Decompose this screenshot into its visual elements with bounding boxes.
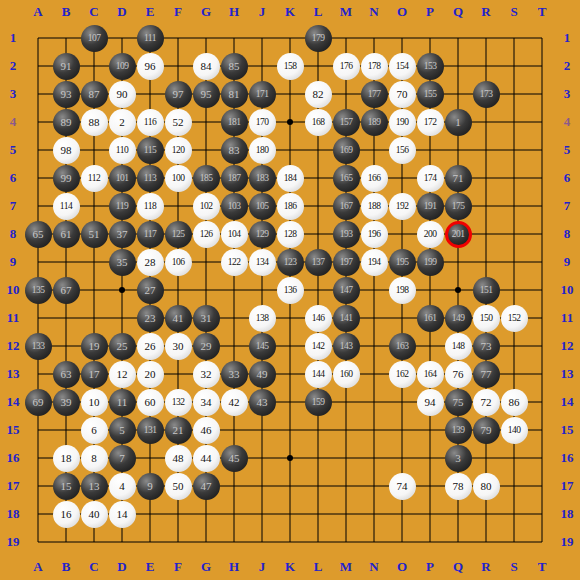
stone-O10-move-198: 198 — [389, 277, 416, 304]
stone-F14-move-132: 132 — [165, 389, 192, 416]
stone-K10-move-136: 136 — [277, 277, 304, 304]
stone-M9-move-197: 197 — [333, 249, 360, 276]
stone-A10-move-135: 135 — [25, 277, 52, 304]
stone-L11-move-146: 146 — [305, 305, 332, 332]
stone-H4-move-181: 181 — [221, 109, 248, 136]
col-label-top-L: L — [306, 5, 330, 19]
stone-G17-move-47: 47 — [193, 473, 220, 500]
col-label-bottom-F: F — [166, 560, 190, 574]
row-label-left-11: 11 — [1, 311, 25, 325]
stone-N8-move-196: 196 — [361, 221, 388, 248]
row-label-left-12: 12 — [1, 339, 25, 353]
stone-G14-move-34: 34 — [193, 389, 220, 416]
stone-E5-move-115: 115 — [137, 137, 164, 164]
stone-S14-move-86: 86 — [501, 389, 528, 416]
stone-Q7-move-175: 175 — [445, 193, 472, 220]
stone-K9-move-123: 123 — [277, 249, 304, 276]
stone-H2-move-85: 85 — [221, 53, 248, 80]
stone-G11-move-31: 31 — [193, 305, 220, 332]
stone-M13-move-160: 160 — [333, 361, 360, 388]
stone-D9-move-35: 35 — [109, 249, 136, 276]
stone-M4-move-157: 157 — [333, 109, 360, 136]
hoshi-point — [287, 119, 293, 125]
stone-D15-move-5: 5 — [109, 417, 136, 444]
stone-F16-move-48: 48 — [165, 445, 192, 472]
row-label-left-13: 13 — [1, 367, 25, 381]
col-label-top-J: J — [250, 5, 274, 19]
stone-Q14-move-75: 75 — [445, 389, 472, 416]
stone-F8-move-125: 125 — [165, 221, 192, 248]
stone-J3-move-171: 171 — [249, 81, 276, 108]
row-label-right-2: 2 — [555, 59, 579, 73]
stone-D3-move-90: 90 — [109, 81, 136, 108]
col-label-bottom-P: P — [418, 560, 442, 574]
col-label-bottom-E: E — [138, 560, 162, 574]
col-label-top-C: C — [82, 5, 106, 19]
stone-C13-move-17: 17 — [81, 361, 108, 388]
col-label-top-K: K — [278, 5, 302, 19]
stone-E6-move-113: 113 — [137, 165, 164, 192]
stone-M6-move-165: 165 — [333, 165, 360, 192]
stone-E7-move-118: 118 — [137, 193, 164, 220]
stone-G7-move-102: 102 — [193, 193, 220, 220]
stone-O2-move-154: 154 — [389, 53, 416, 80]
stone-D5-move-110: 110 — [109, 137, 136, 164]
stone-C17-move-13: 13 — [81, 473, 108, 500]
stone-E2-move-96: 96 — [137, 53, 164, 80]
stone-L9-move-137: 137 — [305, 249, 332, 276]
stone-R14-move-72: 72 — [473, 389, 500, 416]
stone-L12-move-142: 142 — [305, 333, 332, 360]
col-label-top-S: S — [502, 5, 526, 19]
stone-C15-move-6: 6 — [81, 417, 108, 444]
stone-F5-move-120: 120 — [165, 137, 192, 164]
row-label-left-18: 18 — [1, 507, 25, 521]
stone-P9-move-199: 199 — [417, 249, 444, 276]
stone-H9-move-122: 122 — [221, 249, 248, 276]
stone-E8-move-117: 117 — [137, 221, 164, 248]
col-label-bottom-N: N — [362, 560, 386, 574]
col-label-bottom-O: O — [390, 560, 414, 574]
stone-E17-move-9: 9 — [137, 473, 164, 500]
stone-B16-move-18: 18 — [53, 445, 80, 472]
row-label-left-17: 17 — [1, 479, 25, 493]
stone-R12-move-73: 73 — [473, 333, 500, 360]
col-label-bottom-T: T — [530, 560, 554, 574]
stone-K6-move-184: 184 — [277, 165, 304, 192]
stone-G12-move-29: 29 — [193, 333, 220, 360]
stone-L1-move-179: 179 — [305, 25, 332, 52]
stone-J6-move-183: 183 — [249, 165, 276, 192]
stone-F9-move-106: 106 — [165, 249, 192, 276]
row-label-right-6: 6 — [555, 171, 579, 185]
stone-H5-move-83: 83 — [221, 137, 248, 164]
row-label-left-2: 2 — [1, 59, 25, 73]
row-label-right-10: 10 — [555, 283, 579, 297]
stone-J8-move-129: 129 — [249, 221, 276, 248]
stone-D18-move-14: 14 — [109, 501, 136, 528]
row-label-right-11: 11 — [555, 311, 579, 325]
row-label-left-15: 15 — [1, 423, 25, 437]
row-label-right-18: 18 — [555, 507, 579, 521]
stone-C14-move-10: 10 — [81, 389, 108, 416]
stone-N3-move-177: 177 — [361, 81, 388, 108]
stone-E10-move-27: 27 — [137, 277, 164, 304]
row-label-left-8: 8 — [1, 227, 25, 241]
stone-B5-move-98: 98 — [53, 137, 80, 164]
hoshi-point — [455, 287, 461, 293]
stone-M11-move-141: 141 — [333, 305, 360, 332]
stone-P11-move-161: 161 — [417, 305, 444, 332]
stone-O9-move-195: 195 — [389, 249, 416, 276]
stone-E1-move-111: 111 — [137, 25, 164, 52]
stone-A8-move-65: 65 — [25, 221, 52, 248]
stone-O7-move-192: 192 — [389, 193, 416, 220]
row-label-left-14: 14 — [1, 395, 25, 409]
row-label-right-9: 9 — [555, 255, 579, 269]
col-label-bottom-H: H — [222, 560, 246, 574]
stone-M2-move-176: 176 — [333, 53, 360, 80]
stone-L3-move-82: 82 — [305, 81, 332, 108]
stone-B13-move-63: 63 — [53, 361, 80, 388]
stone-S11-move-152: 152 — [501, 305, 528, 332]
col-label-top-F: F — [166, 5, 190, 19]
stone-C16-move-8: 8 — [81, 445, 108, 472]
stone-O13-move-162: 162 — [389, 361, 416, 388]
col-label-top-A: A — [26, 5, 50, 19]
stone-M8-move-193: 193 — [333, 221, 360, 248]
stone-F3-move-97: 97 — [165, 81, 192, 108]
stone-J11-move-138: 138 — [249, 305, 276, 332]
stone-F4-move-52: 52 — [165, 109, 192, 136]
stone-D6-move-101: 101 — [109, 165, 136, 192]
stone-M12-move-143: 143 — [333, 333, 360, 360]
stone-J7-move-105: 105 — [249, 193, 276, 220]
stone-N2-move-178: 178 — [361, 53, 388, 80]
col-label-bottom-Q: Q — [446, 560, 470, 574]
stone-H7-move-103: 103 — [221, 193, 248, 220]
stone-B2-move-91: 91 — [53, 53, 80, 80]
stone-C18-move-40: 40 — [81, 501, 108, 528]
stone-R15-move-79: 79 — [473, 417, 500, 444]
stone-P8-move-200: 200 — [417, 221, 444, 248]
col-label-bottom-C: C — [82, 560, 106, 574]
row-label-right-4: 4 — [555, 115, 579, 129]
col-label-bottom-L: L — [306, 560, 330, 574]
col-label-top-R: R — [474, 5, 498, 19]
stone-N4-move-189: 189 — [361, 109, 388, 136]
row-label-right-8: 8 — [555, 227, 579, 241]
stone-C4-move-88: 88 — [81, 109, 108, 136]
stone-D4-move-2: 2 — [109, 109, 136, 136]
stone-M10-move-147: 147 — [333, 277, 360, 304]
row-label-left-7: 7 — [1, 199, 25, 213]
stone-Q13-move-76: 76 — [445, 361, 472, 388]
stone-C12-move-19: 19 — [81, 333, 108, 360]
col-label-top-D: D — [110, 5, 134, 19]
col-label-top-O: O — [390, 5, 414, 19]
col-label-top-M: M — [334, 5, 358, 19]
stone-H3-move-81: 81 — [221, 81, 248, 108]
row-label-right-3: 3 — [555, 87, 579, 101]
row-label-right-14: 14 — [555, 395, 579, 409]
col-label-top-B: B — [54, 5, 78, 19]
stone-P6-move-174: 174 — [417, 165, 444, 192]
stone-A14-move-69: 69 — [25, 389, 52, 416]
stone-L14-move-159: 159 — [305, 389, 332, 416]
stone-B10-move-67: 67 — [53, 277, 80, 304]
stone-C8-move-51: 51 — [81, 221, 108, 248]
stone-Q12-move-148: 148 — [445, 333, 472, 360]
stone-G3-move-95: 95 — [193, 81, 220, 108]
stone-F6-move-100: 100 — [165, 165, 192, 192]
stone-K7-move-186: 186 — [277, 193, 304, 220]
stone-C3-move-87: 87 — [81, 81, 108, 108]
stone-D14-move-11: 11 — [109, 389, 136, 416]
stone-B18-move-16: 16 — [53, 501, 80, 528]
stone-E13-move-20: 20 — [137, 361, 164, 388]
stone-Q8-move-201: 201 — [445, 221, 472, 248]
hoshi-point — [119, 287, 125, 293]
stone-E15-move-131: 131 — [137, 417, 164, 444]
stone-D13-move-12: 12 — [109, 361, 136, 388]
row-label-right-17: 17 — [555, 479, 579, 493]
stone-O4-move-190: 190 — [389, 109, 416, 136]
stone-A12-move-133: 133 — [25, 333, 52, 360]
col-label-bottom-R: R — [474, 560, 498, 574]
stone-N6-move-166: 166 — [361, 165, 388, 192]
stone-Q17-move-78: 78 — [445, 473, 472, 500]
stone-R17-move-80: 80 — [473, 473, 500, 500]
col-label-bottom-M: M — [334, 560, 358, 574]
row-label-right-16: 16 — [555, 451, 579, 465]
row-label-left-16: 16 — [1, 451, 25, 465]
stone-B3-move-93: 93 — [53, 81, 80, 108]
row-label-right-19: 19 — [555, 535, 579, 549]
stone-K2-move-158: 158 — [277, 53, 304, 80]
col-label-bottom-K: K — [278, 560, 302, 574]
stone-R11-move-150: 150 — [473, 305, 500, 332]
stone-O17-move-74: 74 — [389, 473, 416, 500]
go-board-diagram: AABBCCDDEEFFGGHHJJKKLLMMNNOOPPQQRRSSTT11… — [0, 0, 580, 580]
stone-R13-move-77: 77 — [473, 361, 500, 388]
stone-H14-move-42: 42 — [221, 389, 248, 416]
col-label-top-N: N — [362, 5, 386, 19]
col-label-top-H: H — [222, 5, 246, 19]
stone-B4-move-89: 89 — [53, 109, 80, 136]
stone-P2-move-153: 153 — [417, 53, 444, 80]
stone-J4-move-170: 170 — [249, 109, 276, 136]
col-label-bottom-S: S — [502, 560, 526, 574]
row-label-right-15: 15 — [555, 423, 579, 437]
stone-P3-move-155: 155 — [417, 81, 444, 108]
stone-L13-move-144: 144 — [305, 361, 332, 388]
stone-O5-move-156: 156 — [389, 137, 416, 164]
stone-Q11-move-149: 149 — [445, 305, 472, 332]
stone-E9-move-28: 28 — [137, 249, 164, 276]
stone-R10-move-151: 151 — [473, 277, 500, 304]
stone-P13-move-164: 164 — [417, 361, 444, 388]
col-label-bottom-J: J — [250, 560, 274, 574]
col-label-top-G: G — [194, 5, 218, 19]
stone-H13-move-33: 33 — [221, 361, 248, 388]
stone-G15-move-46: 46 — [193, 417, 220, 444]
stone-B14-move-39: 39 — [53, 389, 80, 416]
stone-G13-move-32: 32 — [193, 361, 220, 388]
stone-D17-move-4: 4 — [109, 473, 136, 500]
stone-F17-move-50: 50 — [165, 473, 192, 500]
stone-L4-move-168: 168 — [305, 109, 332, 136]
stone-B17-move-15: 15 — [53, 473, 80, 500]
stone-R3-move-173: 173 — [473, 81, 500, 108]
col-label-top-E: E — [138, 5, 162, 19]
stone-E14-move-60: 60 — [137, 389, 164, 416]
stone-D2-move-109: 109 — [109, 53, 136, 80]
stone-Q16-move-3: 3 — [445, 445, 472, 472]
col-label-top-Q: Q — [446, 5, 470, 19]
stone-F12-move-30: 30 — [165, 333, 192, 360]
stone-J9-move-134: 134 — [249, 249, 276, 276]
stone-P7-move-191: 191 — [417, 193, 444, 220]
stone-H8-move-104: 104 — [221, 221, 248, 248]
stone-D12-move-25: 25 — [109, 333, 136, 360]
stone-H6-move-187: 187 — [221, 165, 248, 192]
hoshi-point — [287, 455, 293, 461]
row-label-right-13: 13 — [555, 367, 579, 381]
row-label-right-12: 12 — [555, 339, 579, 353]
col-label-bottom-D: D — [110, 560, 134, 574]
row-label-left-9: 9 — [1, 255, 25, 269]
row-label-left-5: 5 — [1, 143, 25, 157]
stone-D16-move-7: 7 — [109, 445, 136, 472]
stone-G6-move-185: 185 — [193, 165, 220, 192]
row-label-left-19: 19 — [1, 535, 25, 549]
stone-M7-move-167: 167 — [333, 193, 360, 220]
stone-B6-move-99: 99 — [53, 165, 80, 192]
row-label-left-1: 1 — [1, 31, 25, 45]
col-label-top-P: P — [418, 5, 442, 19]
row-label-left-10: 10 — [1, 283, 25, 297]
stone-H16-move-45: 45 — [221, 445, 248, 472]
col-label-bottom-B: B — [54, 560, 78, 574]
stone-G2-move-84: 84 — [193, 53, 220, 80]
stone-J5-move-180: 180 — [249, 137, 276, 164]
stone-O3-move-70: 70 — [389, 81, 416, 108]
row-label-left-6: 6 — [1, 171, 25, 185]
col-label-bottom-G: G — [194, 560, 218, 574]
stone-J12-move-145: 145 — [249, 333, 276, 360]
row-label-left-3: 3 — [1, 87, 25, 101]
row-label-right-1: 1 — [555, 31, 579, 45]
stone-N9-move-194: 194 — [361, 249, 388, 276]
stone-Q15-move-139: 139 — [445, 417, 472, 444]
col-label-top-T: T — [530, 5, 554, 19]
stone-P14-move-94: 94 — [417, 389, 444, 416]
stone-F11-move-41: 41 — [165, 305, 192, 332]
stone-O12-move-163: 163 — [389, 333, 416, 360]
stone-S15-move-140: 140 — [501, 417, 528, 444]
stone-P4-move-172: 172 — [417, 109, 444, 136]
stone-J13-move-49: 49 — [249, 361, 276, 388]
stone-C6-move-112: 112 — [81, 165, 108, 192]
stone-D7-move-119: 119 — [109, 193, 136, 220]
stone-E11-move-23: 23 — [137, 305, 164, 332]
stone-B8-move-61: 61 — [53, 221, 80, 248]
stone-Q6-move-71: 71 — [445, 165, 472, 192]
stone-K8-move-128: 128 — [277, 221, 304, 248]
stone-N7-move-188: 188 — [361, 193, 388, 220]
stone-G8-move-126: 126 — [193, 221, 220, 248]
row-label-right-5: 5 — [555, 143, 579, 157]
stone-F15-move-21: 21 — [165, 417, 192, 444]
stone-G16-move-44: 44 — [193, 445, 220, 472]
stone-B7-move-114: 114 — [53, 193, 80, 220]
stone-M5-move-169: 169 — [333, 137, 360, 164]
row-label-right-7: 7 — [555, 199, 579, 213]
stone-Q4-move-1: 1 — [445, 109, 472, 136]
stone-J14-move-43: 43 — [249, 389, 276, 416]
col-label-bottom-A: A — [26, 560, 50, 574]
row-label-left-4: 4 — [1, 115, 25, 129]
stone-C1-move-107: 107 — [81, 25, 108, 52]
stone-D8-move-37: 37 — [109, 221, 136, 248]
stone-E4-move-116: 116 — [137, 109, 164, 136]
stone-E12-move-26: 26 — [137, 333, 164, 360]
